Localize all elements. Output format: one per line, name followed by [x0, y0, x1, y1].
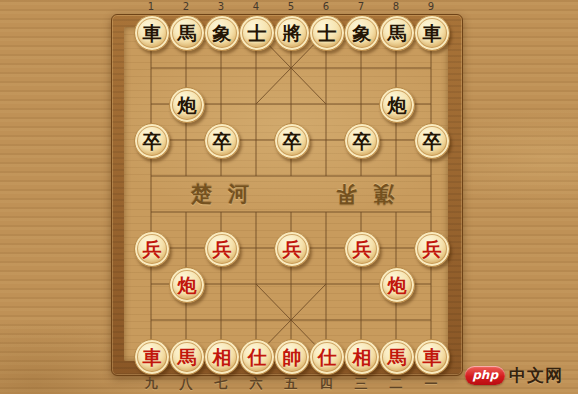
- file-label-bottom-6: 四: [316, 375, 336, 393]
- file-label-top-2: 2: [176, 1, 196, 12]
- piece-black-general[interactable]: 將: [274, 15, 310, 51]
- file-label-bottom-1: 九: [141, 375, 161, 393]
- river-label-chuhe: 楚河: [175, 181, 265, 207]
- file-label-top-8: 8: [386, 1, 406, 12]
- piece-red-soldier[interactable]: 兵: [134, 231, 170, 267]
- file-label-top-5: 5: [281, 1, 301, 12]
- piece-red-soldier[interactable]: 兵: [414, 231, 450, 267]
- piece-red-horse[interactable]: 馬: [169, 339, 205, 375]
- file-label-bottom-5: 五: [281, 375, 301, 393]
- piece-black-soldier[interactable]: 卒: [274, 123, 310, 159]
- php-logo-badge: php: [465, 366, 505, 385]
- piece-black-chariot[interactable]: 車: [414, 15, 450, 51]
- piece-red-chariot[interactable]: 車: [414, 339, 450, 375]
- piece-red-elephant[interactable]: 相: [204, 339, 240, 375]
- piece-red-soldier[interactable]: 兵: [344, 231, 380, 267]
- file-label-bottom-8: 二: [386, 375, 406, 393]
- file-label-bottom-3: 七: [211, 375, 231, 393]
- piece-red-cannon[interactable]: 炮: [379, 267, 415, 303]
- piece-red-elephant[interactable]: 相: [344, 339, 380, 375]
- file-label-top-7: 7: [351, 1, 371, 12]
- piece-black-soldier[interactable]: 卒: [134, 123, 170, 159]
- river-label-hanjie: 漢界: [320, 181, 410, 207]
- piece-black-soldier[interactable]: 卒: [344, 123, 380, 159]
- file-label-bottom-2: 八: [176, 375, 196, 393]
- piece-red-general[interactable]: 帥: [274, 339, 310, 375]
- site-logo-text: 中文网: [509, 364, 563, 387]
- piece-black-chariot[interactable]: 車: [134, 15, 170, 51]
- piece-black-elephant[interactable]: 象: [344, 15, 380, 51]
- piece-black-advisor[interactable]: 士: [309, 15, 345, 51]
- piece-red-chariot[interactable]: 車: [134, 339, 170, 375]
- site-logo: php 中文网: [465, 364, 563, 387]
- xiangqi-board[interactable]: [111, 14, 463, 376]
- piece-black-advisor[interactable]: 士: [239, 15, 275, 51]
- file-label-bottom-9: 一: [421, 375, 441, 393]
- piece-black-elephant[interactable]: 象: [204, 15, 240, 51]
- file-label-bottom-4: 六: [246, 375, 266, 393]
- piece-red-soldier[interactable]: 兵: [274, 231, 310, 267]
- piece-black-cannon[interactable]: 炮: [379, 87, 415, 123]
- piece-red-horse[interactable]: 馬: [379, 339, 415, 375]
- file-label-top-4: 4: [246, 1, 266, 12]
- piece-black-soldier[interactable]: 卒: [414, 123, 450, 159]
- file-label-top-6: 6: [316, 1, 336, 12]
- file-label-top-1: 1: [141, 1, 161, 12]
- piece-red-advisor[interactable]: 仕: [239, 339, 275, 375]
- piece-black-horse[interactable]: 馬: [169, 15, 205, 51]
- piece-red-advisor[interactable]: 仕: [309, 339, 345, 375]
- file-label-top-3: 3: [211, 1, 231, 12]
- piece-black-cannon[interactable]: 炮: [169, 87, 205, 123]
- piece-red-soldier[interactable]: 兵: [204, 231, 240, 267]
- piece-red-cannon[interactable]: 炮: [169, 267, 205, 303]
- piece-black-horse[interactable]: 馬: [379, 15, 415, 51]
- piece-black-soldier[interactable]: 卒: [204, 123, 240, 159]
- file-label-top-9: 9: [421, 1, 441, 12]
- file-label-bottom-7: 三: [351, 375, 371, 393]
